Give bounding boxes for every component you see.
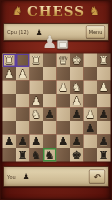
board-square-a1[interactable] bbox=[3, 148, 17, 162]
piece-bP: ♟ bbox=[45, 109, 55, 120]
board-square-d7[interactable] bbox=[43, 67, 57, 81]
board-square-e5[interactable] bbox=[57, 94, 71, 108]
board-square-b7[interactable]: ♟ bbox=[16, 67, 30, 81]
piece-bR: ♜ bbox=[18, 149, 28, 160]
board-square-e1[interactable] bbox=[57, 148, 71, 162]
piece-wP: ♟ bbox=[18, 68, 28, 79]
board-square-h4[interactable]: ♟ bbox=[97, 108, 111, 122]
board-square-a8[interactable]: ♜ bbox=[3, 54, 17, 68]
board-square-g7[interactable] bbox=[84, 67, 98, 81]
piece-wN: ♞ bbox=[31, 109, 41, 120]
board-square-g8[interactable] bbox=[84, 54, 98, 68]
board-square-b1[interactable]: ♜ bbox=[16, 148, 30, 162]
piece-wK: ♚ bbox=[72, 55, 82, 66]
board-square-e4[interactable] bbox=[57, 108, 71, 122]
piece-wR: ♜ bbox=[4, 55, 14, 66]
board-square-g3[interactable]: ♟ bbox=[84, 121, 98, 135]
board-square-a2[interactable]: ♟ bbox=[3, 135, 17, 149]
piece-bP: ♟ bbox=[4, 136, 14, 147]
board-square-a6[interactable] bbox=[3, 81, 17, 95]
board-square-h3[interactable] bbox=[97, 121, 111, 135]
piece-bN: ♞ bbox=[45, 149, 55, 160]
board-square-f1[interactable]: ♚ bbox=[70, 148, 84, 162]
board-square-e8[interactable]: ♛ bbox=[57, 54, 71, 68]
board-square-a5[interactable] bbox=[3, 94, 17, 108]
piece-wR: ♜ bbox=[31, 55, 41, 66]
opponent-status-bar: Cpu (12) ♟ Menu bbox=[3, 23, 109, 41]
board-square-f2[interactable]: ♟ bbox=[70, 135, 84, 149]
piece-bK: ♚ bbox=[72, 149, 82, 160]
knight-ornament-left-icon: ♞ bbox=[12, 5, 23, 17]
board-square-c5[interactable]: ♟ bbox=[30, 94, 44, 108]
board-square-d6[interactable] bbox=[43, 81, 57, 95]
piece-bP: ♟ bbox=[85, 122, 95, 133]
piece-bR: ♜ bbox=[99, 149, 109, 160]
board-square-b5[interactable] bbox=[16, 94, 30, 108]
board-square-a7[interactable]: ♟ bbox=[3, 67, 17, 81]
menu-button-label: Menu bbox=[89, 29, 103, 35]
piece-wP: ♟ bbox=[85, 109, 95, 120]
board-square-d2[interactable] bbox=[43, 135, 57, 149]
menu-button[interactable]: Menu bbox=[86, 26, 105, 39]
board-square-d4[interactable]: ♟ bbox=[43, 108, 57, 122]
player-status-bar: You ♟ ↶ bbox=[3, 166, 109, 187]
piece-bN: ♞ bbox=[31, 149, 41, 160]
board-square-h2[interactable]: ♟ bbox=[97, 135, 111, 149]
piece-wP: ♟ bbox=[99, 82, 109, 93]
board-square-c8[interactable]: ♜ bbox=[30, 54, 44, 68]
board-square-d3[interactable] bbox=[43, 121, 57, 135]
board-square-f4[interactable]: ♟ bbox=[70, 108, 84, 122]
piece-wP: ♟ bbox=[58, 82, 68, 93]
board-square-c1[interactable]: ♞ bbox=[30, 148, 44, 162]
board-square-c3[interactable] bbox=[30, 121, 44, 135]
piece-bP: ♟ bbox=[99, 136, 109, 147]
piece-wN: ♞ bbox=[72, 82, 82, 93]
board-square-b4[interactable] bbox=[16, 108, 30, 122]
app-title: CHESS bbox=[27, 3, 85, 19]
board-square-d8[interactable] bbox=[43, 54, 57, 68]
app-screen: ♞ CHESS ♞ Cpu (12) ♟ Menu ♜♜♛♚♜♟♟♟♞♟♟♟♞♟… bbox=[0, 0, 112, 200]
board-square-b2[interactable]: ♟ bbox=[16, 135, 30, 149]
opponent-side-pawn-icon: ♟ bbox=[36, 28, 43, 36]
board-square-b6[interactable] bbox=[16, 81, 30, 95]
thinking-badge-inner bbox=[59, 43, 67, 48]
piece-bP: ♟ bbox=[18, 136, 28, 147]
board-square-h6[interactable]: ♟ bbox=[97, 81, 111, 95]
board-square-h7[interactable] bbox=[97, 67, 111, 81]
board-square-h1[interactable]: ♜ bbox=[97, 148, 111, 162]
board-square-c2[interactable]: ♟ bbox=[30, 135, 44, 149]
board-square-f8[interactable]: ♚ bbox=[70, 54, 84, 68]
board-square-f3[interactable] bbox=[70, 121, 84, 135]
undo-button[interactable]: ↶ bbox=[89, 170, 105, 184]
piece-wR: ♜ bbox=[99, 55, 109, 66]
opponent-label: Cpu (12) bbox=[7, 29, 29, 35]
board-square-f7[interactable] bbox=[70, 67, 84, 81]
piece-bP: ♟ bbox=[99, 109, 109, 120]
board-square-e2[interactable]: ♟ bbox=[57, 135, 71, 149]
board-square-b8[interactable] bbox=[16, 54, 30, 68]
board-square-g1[interactable] bbox=[84, 148, 98, 162]
board-square-g6[interactable] bbox=[84, 81, 98, 95]
piece-bP: ♟ bbox=[31, 136, 41, 147]
board-square-a4[interactable] bbox=[3, 108, 17, 122]
board-square-d1[interactable]: ♞ bbox=[43, 148, 57, 162]
board-square-g4[interactable]: ♟ bbox=[84, 108, 98, 122]
knight-ornament-right-icon: ♞ bbox=[89, 5, 100, 17]
board-square-c7[interactable] bbox=[30, 67, 44, 81]
board-square-a3[interactable] bbox=[3, 121, 17, 135]
player-label: You bbox=[7, 174, 16, 180]
board-square-e6[interactable]: ♟ bbox=[57, 81, 71, 95]
piece-bP: ♟ bbox=[72, 136, 82, 147]
board-square-d5[interactable] bbox=[43, 94, 57, 108]
board-square-c6[interactable] bbox=[30, 81, 44, 95]
board-square-e3[interactable] bbox=[57, 121, 71, 135]
board-square-e7[interactable] bbox=[57, 67, 71, 81]
piece-bP: ♟ bbox=[72, 109, 82, 120]
piece-bP: ♟ bbox=[58, 136, 68, 147]
undo-icon: ↶ bbox=[93, 172, 100, 182]
board-square-g5[interactable] bbox=[84, 94, 98, 108]
piece-wP: ♟ bbox=[4, 68, 14, 79]
chess-app-background: ♞ CHESS ♞ Cpu (12) ♟ Menu ♜♜♛♚♜♟♟♟♞♟♟♟♞♟… bbox=[0, 0, 112, 200]
board-square-c4[interactable]: ♞ bbox=[30, 108, 44, 122]
board-square-g2[interactable] bbox=[84, 135, 98, 149]
app-header: ♞ CHESS ♞ bbox=[0, 0, 112, 21]
piece-wP: ♟ bbox=[31, 95, 41, 106]
piece-wP: ♟ bbox=[72, 95, 82, 106]
board-square-b3[interactable] bbox=[16, 121, 30, 135]
chess-board: ♜♜♛♚♜♟♟♟♞♟♟♟♞♟♟♟♟♟♟♟♟♟♟♟♜♞♞♚♜ bbox=[2, 53, 111, 162]
player-side-pawn-icon: ♟ bbox=[23, 173, 30, 181]
piece-wQ: ♛ bbox=[58, 55, 68, 66]
board-square-f5[interactable]: ♟ bbox=[70, 94, 84, 108]
thinking-badge-icon bbox=[57, 40, 68, 49]
board-square-f6[interactable]: ♞ bbox=[70, 81, 84, 95]
board-square-h8[interactable]: ♜ bbox=[97, 54, 111, 68]
board-square-h5[interactable] bbox=[97, 94, 111, 108]
